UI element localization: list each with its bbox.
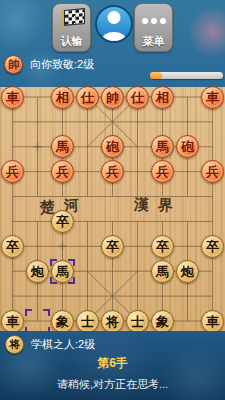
menu-button[interactable]: 菜单 [134, 3, 173, 52]
piece-black[interactable]: 卒 [1, 235, 24, 258]
piece-black[interactable]: 車 [1, 310, 24, 333]
piece-red[interactable]: 仕 [126, 86, 149, 109]
piece-red[interactable]: 車 [201, 86, 224, 109]
app-screen: 认输 菜单 帥 向你致敬:2级 楚河 漢界 車相仕帥仕相車馬砲馬砲兵兵兵兵兵卒卒… [0, 0, 225, 400]
piece-red[interactable]: 兵 [151, 160, 174, 183]
resign-label: 认输 [53, 34, 90, 49]
piece-red[interactable]: 兵 [201, 160, 224, 183]
piece-black[interactable]: 象 [51, 310, 74, 333]
piece-black[interactable]: 卒 [101, 235, 124, 258]
opponent-piece-icon: 帥 [4, 55, 23, 74]
piece-black[interactable]: 将 [101, 310, 124, 333]
piece-red[interactable]: 仕 [76, 86, 99, 109]
piece-black[interactable]: 象 [151, 310, 174, 333]
opponent-info: 帥 向你致敬:2级 [4, 55, 94, 74]
xiangqi-board[interactable]: 楚河 漢界 車相仕帥仕相車馬砲馬砲兵兵兵兵兵卒卒卒卒卒炮馬馬炮車象士将士象車 [0, 87, 225, 331]
piece-red[interactable]: 兵 [101, 160, 124, 183]
board-grid [0, 87, 225, 331]
river-label-right: 漢界 [134, 195, 183, 216]
piece-red[interactable]: 兵 [51, 160, 74, 183]
progress-fill [150, 72, 162, 79]
user-icon [108, 11, 121, 24]
player-info: 将 学棋之人:2级 [5, 335, 95, 354]
piece-black[interactable]: 卒 [51, 210, 74, 233]
piece-red[interactable]: 兵 [1, 160, 24, 183]
top-bar: 认输 菜单 帥 向你致敬:2级 [0, 0, 225, 87]
opponent-progress-bar [150, 72, 223, 79]
piece-black[interactable]: 卒 [151, 235, 174, 258]
avatar-button[interactable] [95, 5, 133, 43]
piece-red[interactable]: 相 [51, 86, 74, 109]
piece-red[interactable]: 相 [151, 86, 174, 109]
piece-black[interactable]: 士 [76, 310, 99, 333]
resign-button[interactable]: 认输 [52, 3, 91, 52]
piece-black[interactable]: 炮 [176, 260, 199, 283]
player-name: 学棋之人:2级 [31, 337, 95, 352]
checkered-flag-icon [59, 8, 85, 32]
piece-black[interactable]: 馬 [151, 260, 174, 283]
opponent-name: 向你致敬:2级 [30, 57, 94, 72]
menu-label: 菜单 [135, 34, 172, 49]
piece-red[interactable]: 帥 [101, 86, 124, 109]
piece-black[interactable]: 士 [126, 310, 149, 333]
move-number: 第6手 [0, 355, 225, 372]
piece-black[interactable]: 馬 [51, 260, 74, 283]
piece-black[interactable]: 炮 [26, 260, 49, 283]
piece-black[interactable]: 卒 [201, 235, 224, 258]
ellipsis-icon [135, 18, 172, 24]
piece-red[interactable]: 車 [1, 86, 24, 109]
player-piece-icon: 将 [5, 335, 24, 354]
status-message: 请稍候,对方正在思考... [0, 377, 225, 392]
bottom-bar: 将 学棋之人:2级 第6手 请稍候,对方正在思考... [0, 331, 225, 400]
piece-black[interactable]: 車 [201, 310, 224, 333]
